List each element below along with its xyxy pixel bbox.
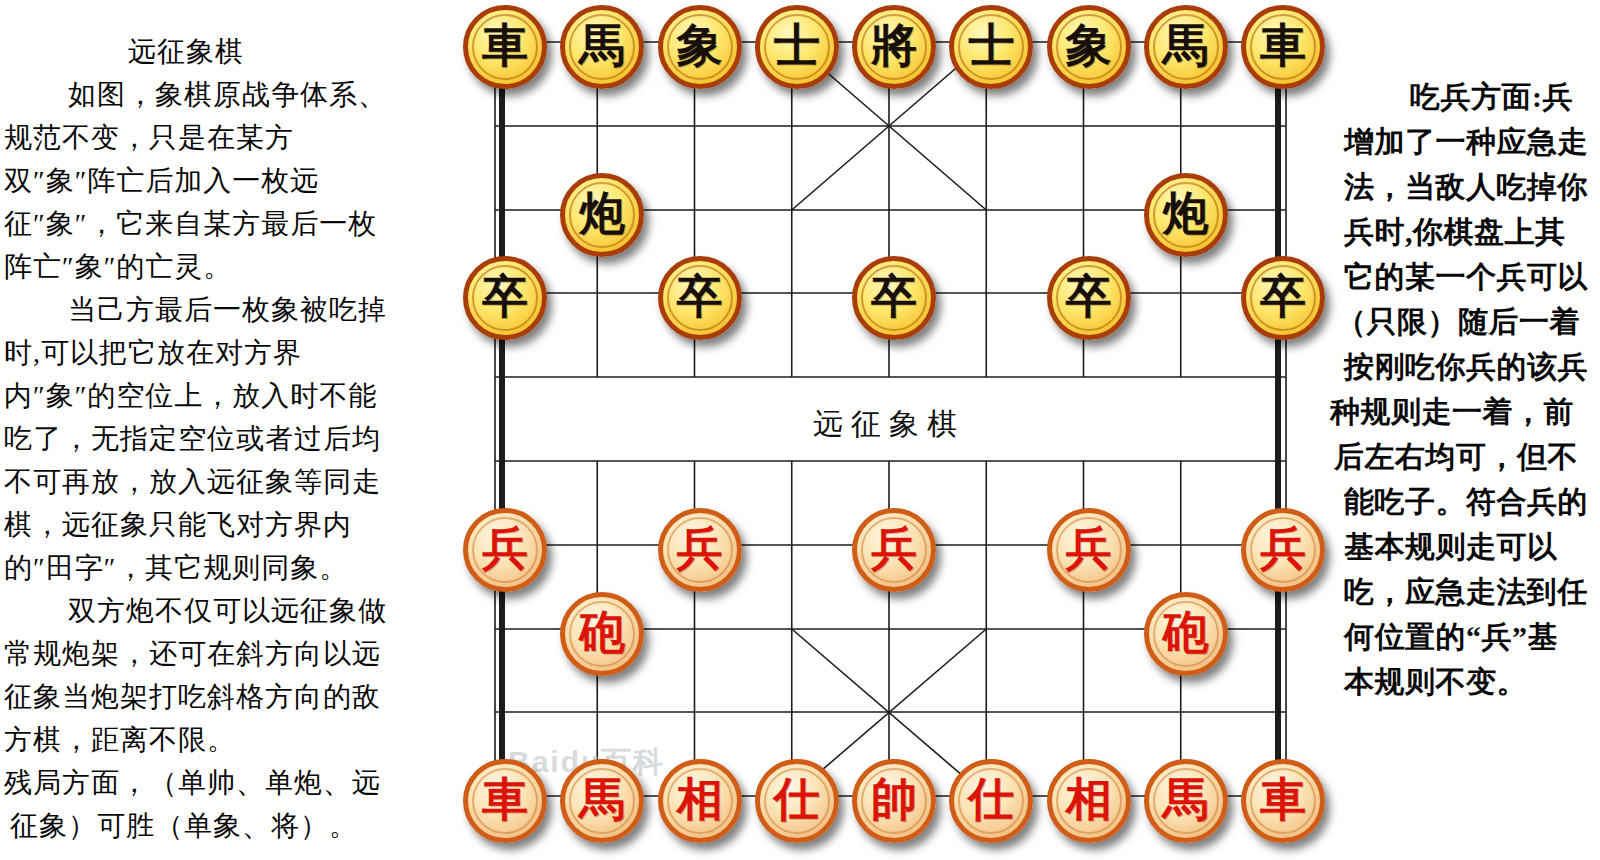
left-text-line-9: 内″象″的空位上，放入时不能 <box>4 374 450 417</box>
left-text-line-5: 征″象″，它来自某方最后一枚 <box>4 202 450 245</box>
left-text-line-13: 的″田字″，其它规则同象。 <box>4 546 450 589</box>
piece-black-rook-f8-r0[interactable]: 車 <box>1241 5 1325 89</box>
piece-black-soldier-f4-r3[interactable]: 卒 <box>852 256 936 340</box>
page: 远征象棋如图，象棋原战争体系、规范不变，只是在某方双″象″阵亡后加入一枚远征″象… <box>0 0 1600 860</box>
piece-black-horse-f1-r0[interactable]: 馬 <box>560 5 644 89</box>
piece-black-general-f4-r0[interactable]: 將 <box>852 5 936 89</box>
red-elephant-glyph: 相 <box>1066 777 1112 823</box>
left-text-line-19: 征象）可胜（单象、将）。 <box>4 804 450 847</box>
piece-red-advisor-f3-r9[interactable]: 仕 <box>755 759 839 843</box>
black-soldier-glyph: 卒 <box>677 274 723 320</box>
left-text-line-3: 规范不变，只是在某方 <box>4 116 450 159</box>
river-label: 远征象棋 <box>779 404 999 445</box>
piece-red-elephant-f2-r9[interactable]: 相 <box>658 759 742 843</box>
left-text-line-12: 棋，远征象只能飞对方界内 <box>4 503 450 546</box>
piece-red-horse-f1-r9[interactable]: 馬 <box>560 759 644 843</box>
black-soldier-glyph: 卒 <box>1066 274 1112 320</box>
black-soldier-glyph: 卒 <box>871 274 917 320</box>
right-text-line-10: 能吃子。符合兵的 <box>1330 479 1600 524</box>
piece-red-soldier-f2-r6[interactable]: 兵 <box>658 508 742 592</box>
left-text-line-17: 方棋，距离不限。 <box>4 718 450 761</box>
left-article: 远征象棋如图，象棋原战争体系、规范不变，只是在某方双″象″阵亡后加入一枚远征″象… <box>4 30 450 847</box>
piece-black-soldier-f0-r3[interactable]: 卒 <box>463 256 547 340</box>
red-advisor-glyph: 仕 <box>968 777 1014 823</box>
red-rook-glyph: 車 <box>482 777 528 823</box>
piece-black-soldier-f2-r3[interactable]: 卒 <box>658 256 742 340</box>
piece-red-cannon-f1-r7[interactable]: 砲 <box>560 592 644 676</box>
red-horse-glyph: 馬 <box>579 777 625 823</box>
right-text-line-7: 按刚吃你兵的该兵 <box>1330 344 1600 389</box>
piece-black-soldier-f6-r3[interactable]: 卒 <box>1047 256 1131 340</box>
piece-red-soldier-f8-r6[interactable]: 兵 <box>1241 508 1325 592</box>
left-text-line-14: 双方炮不仅可以远征象做 <box>4 589 450 632</box>
piece-red-general-f4-r9[interactable]: 帥 <box>852 759 936 843</box>
black-horse-glyph: 馬 <box>1163 23 1209 69</box>
red-rook-glyph: 車 <box>1260 777 1306 823</box>
black-elephant-glyph: 象 <box>677 23 723 69</box>
right-text-line-8: 种规则走一着，前 <box>1330 389 1600 434</box>
black-advisor-glyph: 士 <box>774 23 820 69</box>
black-cannon-glyph: 炮 <box>579 191 625 237</box>
piece-red-soldier-f4-r6[interactable]: 兵 <box>852 508 936 592</box>
red-soldier-glyph: 兵 <box>482 526 528 572</box>
left-text-line-6: 阵亡″象″的亡灵。 <box>4 245 450 288</box>
piece-black-soldier-f8-r3[interactable]: 卒 <box>1241 256 1325 340</box>
piece-red-cannon-f7-r7[interactable]: 砲 <box>1144 592 1228 676</box>
piece-black-cannon-f1-r2[interactable]: 炮 <box>560 173 644 257</box>
black-horse-glyph: 馬 <box>579 23 625 69</box>
piece-red-advisor-f5-r9[interactable]: 仕 <box>949 759 1033 843</box>
right-text-line-13: 何位置的“兵”基 <box>1330 614 1600 659</box>
right-text-line-4: 兵时,你棋盘上其 <box>1330 209 1600 254</box>
black-cannon-glyph: 炮 <box>1163 191 1209 237</box>
right-text-line-6: （只限）随后一着 <box>1330 299 1600 344</box>
left-text-line-10: 吃了，无指定空位或者过后均 <box>4 417 450 460</box>
piece-black-advisor-f5-r0[interactable]: 士 <box>949 5 1033 89</box>
right-text-line-12: 吃，应急走法到任 <box>1330 569 1600 614</box>
piece-red-soldier-f6-r6[interactable]: 兵 <box>1047 508 1131 592</box>
red-cannon-glyph: 砲 <box>579 610 625 656</box>
red-soldier-glyph: 兵 <box>871 526 917 572</box>
piece-red-horse-f7-r9[interactable]: 馬 <box>1144 759 1228 843</box>
left-text-line-8: 时,可以把它放在对方界 <box>4 331 450 374</box>
right-article: 吃兵方面:兵增加了一种应急走法，当敌人吃掉你兵时,你棋盘上其它的某一个兵可以（只… <box>1330 74 1600 704</box>
left-text-line-15: 常规炮架，还可在斜方向以远 <box>4 632 450 675</box>
black-rook-glyph: 車 <box>1260 23 1306 69</box>
piece-red-soldier-f0-r6[interactable]: 兵 <box>463 508 547 592</box>
piece-black-elephant-f2-r0[interactable]: 象 <box>658 5 742 89</box>
black-rook-glyph: 車 <box>482 23 528 69</box>
piece-red-elephant-f6-r9[interactable]: 相 <box>1047 759 1131 843</box>
right-text-line-14: 本规则不变。 <box>1330 659 1600 704</box>
black-advisor-glyph: 士 <box>968 23 1014 69</box>
piece-black-rook-f0-r0[interactable]: 車 <box>463 5 547 89</box>
black-soldier-glyph: 卒 <box>482 274 528 320</box>
xiangqi-board: 远征象棋 Baidu百科 車馬象士將士象馬車炮炮卒卒卒卒卒兵兵兵兵兵砲砲車馬相仕… <box>450 0 1330 860</box>
right-text-line-1: 吃兵方面:兵 <box>1330 74 1600 119</box>
left-text-line-11: 不可再放，放入远征象等同走 <box>4 460 450 503</box>
piece-black-cannon-f7-r2[interactable]: 炮 <box>1144 173 1228 257</box>
red-advisor-glyph: 仕 <box>774 777 820 823</box>
black-soldier-glyph: 卒 <box>1260 274 1306 320</box>
red-cannon-glyph: 砲 <box>1163 610 1209 656</box>
right-text-line-5: 它的某一个兵可以 <box>1330 254 1600 299</box>
black-general-glyph: 將 <box>871 23 917 69</box>
piece-black-elephant-f6-r0[interactable]: 象 <box>1047 5 1131 89</box>
right-text-line-11: 基本规则走可以 <box>1330 524 1600 569</box>
left-text-line-18: 残局方面，（单帅、单炮、远 <box>4 761 450 804</box>
left-text-line-16: 征象当炮架打吃斜格方向的敌 <box>4 675 450 718</box>
red-soldier-glyph: 兵 <box>677 526 723 572</box>
left-text-line-4: 双″象″阵亡后加入一枚远 <box>4 159 450 202</box>
left-text-line-7: 当己方最后一枚象被吃掉 <box>4 288 450 331</box>
left-text-line-1: 远征象棋 <box>4 30 450 73</box>
piece-black-advisor-f3-r0[interactable]: 士 <box>755 5 839 89</box>
left-text-line-2: 如图，象棋原战争体系、 <box>4 73 450 116</box>
red-soldier-glyph: 兵 <box>1260 526 1306 572</box>
right-text-line-9: 后左右均可，但不 <box>1330 434 1600 479</box>
piece-black-horse-f7-r0[interactable]: 馬 <box>1144 5 1228 89</box>
black-elephant-glyph: 象 <box>1066 23 1112 69</box>
piece-red-rook-f0-r9[interactable]: 車 <box>463 759 547 843</box>
right-text-line-2: 增加了一种应急走 <box>1330 119 1600 164</box>
red-soldier-glyph: 兵 <box>1066 526 1112 572</box>
red-elephant-glyph: 相 <box>677 777 723 823</box>
right-text-line-3: 法，当敌人吃掉你 <box>1330 164 1600 209</box>
red-general-glyph: 帥 <box>871 777 917 823</box>
red-horse-glyph: 馬 <box>1163 777 1209 823</box>
piece-red-rook-f8-r9[interactable]: 車 <box>1241 759 1325 843</box>
